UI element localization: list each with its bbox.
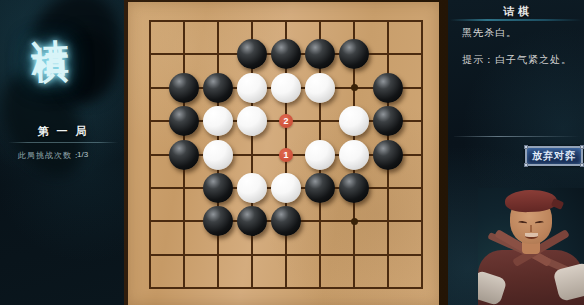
section-divider	[454, 136, 580, 137]
npc-portrait	[478, 188, 584, 305]
attempts-label: 此局挑战次数：	[18, 151, 81, 160]
panel-title: 诘棋	[448, 4, 584, 19]
stone-black-r5c8	[373, 140, 403, 170]
stone-white-r4c7	[339, 106, 369, 136]
right-panel: 诘棋 黑先杀白。 提示：白子气紧之处。 放弃对弈	[448, 0, 584, 305]
button-corner-stud	[524, 145, 528, 149]
give-up-button[interactable]: 放弃对弈	[525, 146, 583, 166]
stone-black-r2c7	[339, 39, 369, 69]
stone-black-r2c4	[237, 39, 267, 69]
stone-black-r7c4	[237, 206, 267, 236]
move-marker-1: 1	[279, 148, 293, 162]
move-marker-2: 2	[279, 114, 293, 128]
puzzle-calligraphy-title: 诘棋	[24, 9, 74, 25]
stone-white-r4c4	[237, 106, 267, 136]
hoshi-point	[351, 84, 358, 91]
objective-text: 黑先杀白。	[462, 26, 517, 40]
stone-black-r6c3	[203, 173, 233, 203]
grid-line	[149, 254, 423, 256]
stone-black-r3c2	[169, 73, 199, 103]
stone-white-r6c5	[271, 173, 301, 203]
stone-black-r2c5	[271, 39, 301, 69]
stone-black-r6c6	[305, 173, 335, 203]
npc-nose	[530, 225, 532, 232]
ink-splash-decoration	[60, 30, 115, 100]
stone-black-r7c3	[203, 206, 233, 236]
stage-label: 第一局	[0, 124, 124, 139]
stone-black-r4c2	[169, 106, 199, 136]
stone-black-r4c8	[373, 106, 403, 136]
give-up-button-label: 放弃对弈	[532, 150, 576, 161]
stone-black-r3c8	[373, 73, 403, 103]
grid-line	[421, 20, 423, 289]
stone-white-r6c4	[237, 173, 267, 203]
stone-white-r3c4	[237, 73, 267, 103]
button-corner-stud	[524, 163, 528, 167]
stone-black-r3c3	[203, 73, 233, 103]
go-board[interactable]: 21	[124, 0, 448, 305]
stone-black-r2c6	[305, 39, 335, 69]
npc-headband-knot	[551, 198, 564, 210]
divider	[8, 142, 118, 143]
stone-black-r7c5	[271, 206, 301, 236]
stone-black-r6c7	[339, 173, 369, 203]
npc-mouth	[525, 233, 538, 239]
stone-white-r4c3	[203, 106, 233, 136]
grid-line	[149, 287, 423, 289]
go-grid[interactable]: 21	[150, 21, 422, 288]
tsumego-screen: 诘棋 第一局 此局挑战次数： 1/3 21 诘棋 黑先杀白。 提示：白子气紧之处…	[0, 0, 584, 305]
stone-white-r3c6	[305, 73, 335, 103]
stone-white-r3c5	[271, 73, 301, 103]
button-corner-stud	[580, 145, 584, 149]
left-panel: 诘棋 第一局 此局挑战次数： 1/3	[0, 0, 124, 305]
attempts-value: 1/3	[77, 150, 88, 159]
hint-text: 提示：白子气紧之处。	[462, 53, 572, 67]
button-corner-stud	[580, 163, 584, 167]
stone-white-r5c6	[305, 140, 335, 170]
title-divider	[450, 19, 582, 21]
stone-black-r5c2	[169, 140, 199, 170]
stone-white-r5c7	[339, 140, 369, 170]
hoshi-point	[351, 218, 358, 225]
stone-white-r5c3	[203, 140, 233, 170]
attempts-row: 此局挑战次数： 1/3	[18, 150, 118, 161]
